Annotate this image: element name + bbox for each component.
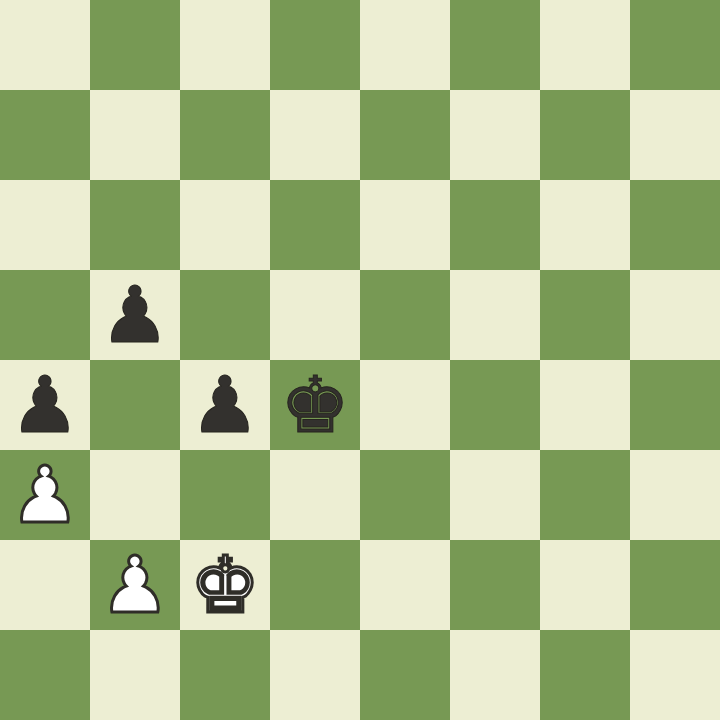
square-b7[interactable] xyxy=(90,90,180,180)
square-h2[interactable] xyxy=(630,540,720,630)
square-f3[interactable] xyxy=(450,450,540,540)
square-g7[interactable] xyxy=(540,90,630,180)
square-b5[interactable]: ♟ xyxy=(90,270,180,360)
square-b4[interactable] xyxy=(90,360,180,450)
square-c4[interactable]: ♟ xyxy=(180,360,270,450)
square-b8[interactable] xyxy=(90,0,180,90)
square-d4[interactable]: ♚ xyxy=(270,360,360,450)
square-e4[interactable] xyxy=(360,360,450,450)
square-c7[interactable] xyxy=(180,90,270,180)
square-h1[interactable] xyxy=(630,630,720,720)
square-b6[interactable] xyxy=(90,180,180,270)
square-a1[interactable] xyxy=(0,630,90,720)
square-a6[interactable] xyxy=(0,180,90,270)
square-h8[interactable] xyxy=(630,0,720,90)
piece-black-pawn[interactable]: ♟ xyxy=(100,270,170,360)
square-c8[interactable] xyxy=(180,0,270,90)
square-b3[interactable] xyxy=(90,450,180,540)
square-g6[interactable] xyxy=(540,180,630,270)
square-d2[interactable] xyxy=(270,540,360,630)
square-g2[interactable] xyxy=(540,540,630,630)
square-f4[interactable] xyxy=(450,360,540,450)
piece-black-king[interactable]: ♚ xyxy=(280,360,350,450)
square-d7[interactable] xyxy=(270,90,360,180)
piece-white-king[interactable]: ♚ xyxy=(190,540,260,630)
square-e7[interactable] xyxy=(360,90,450,180)
square-d1[interactable] xyxy=(270,630,360,720)
square-c1[interactable] xyxy=(180,630,270,720)
square-b1[interactable] xyxy=(90,630,180,720)
square-e1[interactable] xyxy=(360,630,450,720)
square-h5[interactable] xyxy=(630,270,720,360)
square-f6[interactable] xyxy=(450,180,540,270)
square-f2[interactable] xyxy=(450,540,540,630)
square-a4[interactable]: ♟ xyxy=(0,360,90,450)
piece-white-pawn[interactable]: ♟ xyxy=(100,540,170,630)
piece-black-pawn[interactable]: ♟ xyxy=(190,360,260,450)
square-c5[interactable] xyxy=(180,270,270,360)
square-a8[interactable] xyxy=(0,0,90,90)
square-h3[interactable] xyxy=(630,450,720,540)
square-d6[interactable] xyxy=(270,180,360,270)
square-a5[interactable] xyxy=(0,270,90,360)
square-g4[interactable] xyxy=(540,360,630,450)
square-c6[interactable] xyxy=(180,180,270,270)
square-g1[interactable] xyxy=(540,630,630,720)
square-c3[interactable] xyxy=(180,450,270,540)
square-f1[interactable] xyxy=(450,630,540,720)
square-e2[interactable] xyxy=(360,540,450,630)
square-f8[interactable] xyxy=(450,0,540,90)
square-a2[interactable] xyxy=(0,540,90,630)
piece-white-pawn[interactable]: ♟ xyxy=(10,450,80,540)
chess-board: ♟♟♟♚♟♟♚ xyxy=(0,0,720,720)
square-e5[interactable] xyxy=(360,270,450,360)
square-e3[interactable] xyxy=(360,450,450,540)
square-d3[interactable] xyxy=(270,450,360,540)
square-g3[interactable] xyxy=(540,450,630,540)
square-g8[interactable] xyxy=(540,0,630,90)
square-a3[interactable]: ♟ xyxy=(0,450,90,540)
square-g5[interactable] xyxy=(540,270,630,360)
square-d5[interactable] xyxy=(270,270,360,360)
square-c2[interactable]: ♚ xyxy=(180,540,270,630)
square-d8[interactable] xyxy=(270,0,360,90)
piece-black-pawn[interactable]: ♟ xyxy=(10,360,80,450)
square-f5[interactable] xyxy=(450,270,540,360)
square-h6[interactable] xyxy=(630,180,720,270)
square-e6[interactable] xyxy=(360,180,450,270)
square-a7[interactable] xyxy=(0,90,90,180)
square-h4[interactable] xyxy=(630,360,720,450)
square-e8[interactable] xyxy=(360,0,450,90)
square-b2[interactable]: ♟ xyxy=(90,540,180,630)
square-f7[interactable] xyxy=(450,90,540,180)
square-h7[interactable] xyxy=(630,90,720,180)
